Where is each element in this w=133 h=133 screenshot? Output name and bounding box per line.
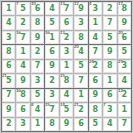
cell-r3c7[interactable]: 4	[89, 31, 102, 44]
cell-digit: 2	[49, 77, 55, 85]
cell-digit: 9	[78, 5, 84, 13]
cell-digit: 2	[35, 48, 41, 56]
cell-digit: 1	[107, 77, 113, 85]
cell-r5c5[interactable]: 1	[60, 60, 73, 73]
cell-digit: 5	[78, 62, 84, 70]
cell-r5c4[interactable]: 9	[45, 60, 58, 73]
cell-r8c3[interactable]: 84	[31, 103, 44, 116]
cell-r1c5[interactable]: 137	[60, 2, 73, 15]
cell-r3c6[interactable]: 8	[74, 31, 87, 44]
cell-r7c1[interactable]: 7	[2, 89, 15, 102]
cell-digit: 5	[20, 5, 26, 13]
cage-sum-label: 20	[74, 45, 78, 49]
cage-sum-label: 4	[89, 2, 91, 6]
cell-digit: 1	[121, 106, 127, 114]
cell-digit: 6	[20, 106, 26, 114]
cage-sum-label: 14	[60, 103, 64, 107]
cell-r3c4[interactable]: 161	[45, 31, 58, 44]
cell-digit: 1	[64, 62, 70, 70]
cell-r9c8[interactable]: 4	[103, 118, 116, 131]
cell-digit: 9	[49, 62, 55, 70]
cell-r9c4[interactable]: 8	[45, 118, 58, 131]
cell-r3c5[interactable]: 132	[60, 31, 73, 44]
cell-r7c2[interactable]: 168	[16, 89, 29, 102]
cell-r4c9[interactable]: 5	[118, 45, 131, 58]
cell-digit: 2	[6, 120, 12, 128]
cell-r6c6[interactable]: 7	[74, 74, 87, 87]
cell-digit: 9	[121, 19, 127, 27]
cell-digit: 6	[64, 19, 70, 27]
cell-r3c8[interactable]: 5	[103, 31, 116, 44]
box-8: 341157145212896	[45, 89, 87, 131]
cell-digit: 3	[6, 34, 12, 42]
cell-r9c5[interactable]: 9	[60, 118, 73, 131]
box-9: 961228731547	[89, 89, 131, 131]
cell-r9c9[interactable]: 7	[118, 118, 131, 131]
cell-digit: 1	[6, 5, 12, 13]
cell-digit: 8	[35, 19, 41, 27]
cell-r5c3[interactable]: 7	[31, 60, 44, 73]
cell-r6c1[interactable]: 215	[2, 74, 15, 87]
cell-r6c5[interactable]: 158	[60, 74, 73, 87]
cell-digit: 7	[35, 62, 41, 70]
cell-digit: 5	[35, 91, 41, 99]
box-7: 716859684231	[2, 89, 44, 131]
cage-sum-label: 20	[118, 31, 122, 35]
cell-r1c3[interactable]: 106	[31, 2, 44, 15]
cell-digit: 3	[78, 19, 84, 27]
cell-r6c3[interactable]: 3	[31, 74, 44, 87]
cell-r3c9[interactable]: 206	[118, 31, 131, 44]
cell-digit: 8	[64, 77, 70, 85]
cell-r4c3[interactable]: 2	[31, 45, 44, 58]
cell-r4c8[interactable]: 9	[103, 45, 116, 58]
cell-r5c8[interactable]: 8	[103, 60, 116, 73]
cell-digit: 3	[64, 48, 70, 56]
cell-r2c5[interactable]: 6	[60, 16, 73, 29]
cell-r5c7[interactable]: 242	[89, 60, 102, 73]
cell-digit: 4	[78, 48, 84, 56]
cell-r8c8[interactable]: 73	[103, 103, 116, 116]
cell-r4c7[interactable]: 7	[89, 45, 102, 58]
cell-r2c8[interactable]: 7	[103, 16, 116, 29]
cell-r7c3[interactable]: 5	[31, 89, 44, 102]
cell-digit: 3	[35, 77, 41, 85]
cell-r4c4[interactable]: 6	[45, 45, 58, 58]
cell-digit: 8	[20, 91, 26, 99]
cell-digit: 4	[20, 62, 26, 70]
cell-digit: 8	[49, 120, 55, 128]
cell-digit: 2	[64, 34, 70, 42]
cell-digit: 9	[20, 77, 26, 85]
cage-sum-label: 17	[118, 2, 122, 6]
cell-r3c3[interactable]: 9	[31, 31, 44, 44]
cell-digit: 3	[49, 91, 55, 99]
cell-digit: 6	[78, 120, 84, 128]
cell-digit: 4	[93, 34, 99, 42]
cell-digit: 1	[93, 19, 99, 27]
cell-r1c4[interactable]: 4	[45, 2, 58, 15]
cell-r5c9[interactable]: 233	[118, 60, 131, 73]
cell-r3c2[interactable]: 167	[16, 31, 29, 44]
cell-digit: 9	[35, 34, 41, 42]
cell-digit: 8	[6, 48, 12, 56]
cell-digit: 2	[107, 5, 113, 13]
cell-r8c6[interactable]: 212	[74, 103, 87, 116]
cage-sum-label: 12	[118, 89, 122, 93]
cage-sum-label: 16	[16, 31, 20, 35]
cell-digit: 4	[35, 106, 41, 114]
cell-digit: 7	[64, 5, 70, 13]
cell-digit: 6	[107, 91, 113, 99]
cell-digit: 8	[93, 106, 99, 114]
cell-digit: 7	[107, 19, 113, 27]
cell-r2c7[interactable]: 1	[89, 16, 102, 29]
sudoku-board: 1751064283167941371295631611328432178179…	[1, 1, 132, 132]
cell-digit: 5	[93, 120, 99, 128]
cell-digit: 1	[35, 120, 41, 128]
box-1: 17510642831679	[2, 2, 44, 44]
cell-r1c9[interactable]: 178	[118, 2, 131, 15]
cell-r5c6[interactable]: 5	[74, 60, 87, 73]
cage-sum-label: 21	[74, 103, 78, 107]
cell-r9c3[interactable]: 1	[31, 118, 44, 131]
cell-digit: 6	[6, 62, 12, 70]
cell-r3c1[interactable]: 3	[2, 31, 15, 44]
cell-digit: 7	[49, 106, 55, 114]
cell-r2c4[interactable]: 5	[45, 16, 58, 29]
cell-r8c2[interactable]: 6	[16, 103, 29, 116]
cell-r2c1[interactable]: 4	[2, 16, 15, 29]
cell-digit: 9	[107, 48, 113, 56]
cell-r4c1[interactable]: 8	[2, 45, 15, 58]
cell-r8c4[interactable]: 157	[45, 103, 58, 116]
cell-r2c9[interactable]: 9	[118, 16, 131, 29]
cell-digit: 3	[93, 5, 99, 13]
cell-digit: 3	[20, 120, 26, 128]
cell-digit: 4	[107, 120, 113, 128]
cell-digit: 3	[107, 106, 113, 114]
box-4: 81264721593	[2, 45, 44, 87]
cell-r5c1[interactable]: 6	[2, 60, 15, 73]
cage-sum-label: 8	[31, 103, 33, 107]
cell-digit: 2	[20, 19, 26, 27]
cage-sum-label: 24	[89, 60, 93, 64]
cage-sum-label: 21	[2, 74, 6, 78]
cell-digit: 5	[121, 48, 127, 56]
cell-r7c7[interactable]: 9	[89, 89, 102, 102]
cell-digit: 5	[64, 106, 70, 114]
cell-r1c2[interactable]: 75	[16, 2, 29, 15]
cell-r1c6[interactable]: 129	[74, 2, 87, 15]
cell-digit: 9	[6, 106, 12, 114]
cell-r8c9[interactable]: 1	[118, 103, 131, 116]
cell-digit: 6	[35, 5, 41, 13]
cell-r9c1[interactable]: 2	[2, 118, 15, 131]
cage-sum-label: 23	[118, 60, 122, 64]
cell-r6c7[interactable]: 6	[89, 74, 102, 87]
cell-digit: 4	[49, 5, 55, 13]
cell-digit: 4	[121, 77, 127, 85]
cage-sum-label: 7	[103, 103, 105, 107]
cage-sum-label: 16	[16, 89, 20, 93]
cell-digit: 5	[6, 77, 12, 85]
cell-digit: 5	[107, 34, 113, 42]
cell-digit: 1	[49, 34, 55, 42]
cell-r1c1[interactable]: 1	[2, 2, 15, 15]
cell-r5c2[interactable]: 4	[16, 60, 29, 73]
cage-sum-label: 15	[60, 74, 64, 78]
cage-sum-label: 12	[74, 2, 78, 6]
box-5: 6320491521587	[45, 45, 87, 87]
cell-digit: 7	[6, 91, 12, 99]
cage-sum-label: 7	[16, 2, 18, 6]
cell-r6c2[interactable]: 9	[16, 74, 29, 87]
cell-r4c6[interactable]: 204	[74, 45, 87, 58]
cage-sum-label: 16	[45, 31, 49, 35]
cell-digit: 4	[6, 19, 12, 27]
cell-digit: 7	[121, 120, 127, 128]
cell-r1c7[interactable]: 43	[89, 2, 102, 15]
cell-r6c9[interactable]: 4	[118, 74, 131, 87]
cell-r9c7[interactable]: 5	[89, 118, 102, 131]
cage-sum-label: 15	[45, 103, 49, 107]
cage-sum-label: 13	[60, 2, 64, 6]
cell-digit: 7	[20, 34, 26, 42]
cell-r2c2[interactable]: 2	[16, 16, 29, 29]
cell-r2c3[interactable]: 8	[31, 16, 44, 29]
cell-digit: 6	[49, 48, 55, 56]
cell-r8c1[interactable]: 9	[2, 103, 15, 116]
box-3: 43217817945206	[89, 2, 131, 44]
cell-digit: 5	[49, 19, 55, 27]
cell-r8c5[interactable]: 145	[60, 103, 73, 116]
cell-digit: 7	[78, 77, 84, 85]
cell-r7c4[interactable]: 3	[45, 89, 58, 102]
box-6: 7952428233614	[89, 45, 131, 87]
cell-digit: 4	[64, 91, 70, 99]
cell-digit: 8	[78, 34, 84, 42]
cell-digit: 1	[78, 91, 84, 99]
cell-r7c5[interactable]: 4	[60, 89, 73, 102]
cell-r1c8[interactable]: 2	[103, 2, 116, 15]
cage-sum-label: 10	[31, 2, 35, 6]
cell-r9c6[interactable]: 6	[74, 118, 87, 131]
cell-r7c6[interactable]: 1	[74, 89, 87, 102]
cell-digit: 7	[93, 48, 99, 56]
cell-r7c8[interactable]: 6	[103, 89, 116, 102]
cell-digit: 8	[107, 62, 113, 70]
cell-digit: 2	[78, 106, 84, 114]
cell-r7c9[interactable]: 122	[118, 89, 131, 102]
cell-r6c8[interactable]: 1	[103, 74, 116, 87]
cell-r9c2[interactable]: 3	[16, 118, 29, 131]
cell-r6c4[interactable]: 2	[45, 74, 58, 87]
cell-r4c2[interactable]: 1	[16, 45, 29, 58]
cage-sum-label: 13	[60, 31, 64, 35]
cell-r8c7[interactable]: 8	[89, 103, 102, 116]
cell-digit: 9	[64, 120, 70, 128]
cell-r4c5[interactable]: 3	[60, 45, 73, 58]
cell-digit: 1	[20, 48, 26, 56]
cell-digit: 9	[93, 91, 99, 99]
box-2: 41371295631611328	[45, 2, 87, 44]
cell-digit: 6	[93, 77, 99, 85]
cell-r2c6[interactable]: 3	[74, 16, 87, 29]
